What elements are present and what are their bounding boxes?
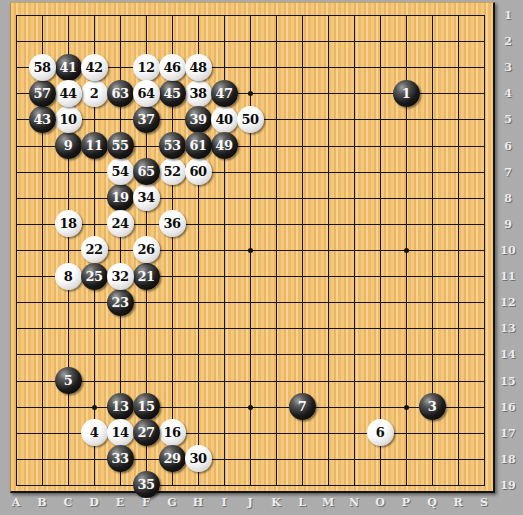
move-number: 36	[163, 217, 180, 230]
stone-black: 15	[133, 393, 160, 420]
stone-black: 9	[55, 132, 82, 159]
row-label: 12	[495, 296, 521, 310]
move-number: 42	[85, 61, 102, 74]
move-number: 23	[111, 296, 128, 309]
move-number: 30	[189, 452, 206, 465]
star-point	[404, 248, 409, 253]
stone-white: 14	[107, 419, 134, 446]
star-point	[248, 91, 253, 96]
move-number: 55	[111, 139, 128, 152]
stone-black: 21	[133, 263, 160, 290]
stone-white: 12	[133, 54, 160, 81]
column-label: K	[267, 496, 285, 510]
stone-white: 64	[133, 80, 160, 107]
stone-white: 24	[107, 210, 134, 237]
stone-white: 48	[185, 54, 212, 81]
move-number: 16	[163, 426, 180, 439]
stone-white: 38	[185, 80, 212, 107]
move-number: 35	[137, 478, 154, 491]
move-number: 25	[85, 270, 102, 283]
move-number: 43	[33, 113, 50, 126]
move-number: 9	[64, 139, 73, 152]
stone-white: 42	[81, 54, 108, 81]
stone-white: 60	[185, 158, 212, 185]
stone-black: 33	[107, 445, 134, 472]
move-number: 60	[189, 165, 206, 178]
move-number: 38	[189, 87, 206, 100]
move-number: 14	[111, 426, 128, 439]
row-label: 19	[495, 479, 521, 493]
column-label: S	[475, 496, 493, 510]
column-label: P	[397, 496, 415, 510]
column-label: M	[319, 496, 337, 510]
row-label: 1	[495, 9, 521, 23]
stone-black: 29	[159, 445, 186, 472]
move-number: 39	[189, 113, 206, 126]
move-number: 52	[163, 165, 180, 178]
stone-black: 61	[185, 132, 212, 159]
stone-white: 44	[55, 80, 82, 107]
move-number: 21	[137, 270, 154, 283]
stone-black: 23	[107, 289, 134, 316]
move-number: 33	[111, 452, 128, 465]
stone-black: 43	[29, 106, 56, 133]
move-number: 8	[64, 270, 73, 283]
move-number: 6	[376, 426, 385, 439]
stone-white: 30	[185, 445, 212, 472]
column-label: C	[59, 496, 77, 510]
move-number: 19	[111, 191, 128, 204]
stone-black: 13	[107, 393, 134, 420]
stone-white: 54	[107, 158, 134, 185]
stone-black: 47	[211, 80, 238, 107]
move-number: 45	[163, 87, 180, 100]
row-label: 15	[495, 375, 521, 389]
stone-black: 55	[107, 132, 134, 159]
stone-black: 65	[133, 158, 160, 185]
stone-white: 6	[367, 419, 394, 446]
star-point	[248, 405, 253, 410]
stone-black: 19	[107, 184, 134, 211]
star-point	[248, 248, 253, 253]
move-number: 65	[137, 165, 154, 178]
stone-white: 2	[81, 80, 108, 107]
grid-hline	[16, 485, 485, 486]
stone-white: 52	[159, 158, 186, 185]
row-label: 3	[495, 61, 521, 75]
stone-white: 4	[81, 419, 108, 446]
move-number: 15	[137, 400, 154, 413]
move-number: 41	[59, 61, 76, 74]
move-number: 29	[163, 452, 180, 465]
stone-black: 49	[211, 132, 238, 159]
column-label: H	[189, 496, 207, 510]
stone-white: 32	[107, 263, 134, 290]
column-label: Q	[423, 496, 441, 510]
move-number: 18	[59, 217, 76, 230]
grid-hline	[16, 198, 485, 199]
grid-hline	[16, 172, 485, 173]
stone-white: 16	[159, 419, 186, 446]
stone-black: 37	[133, 106, 160, 133]
stone-black: 35	[133, 471, 160, 498]
move-number: 34	[137, 191, 154, 204]
move-number: 1	[402, 87, 411, 100]
move-number: 46	[163, 61, 180, 74]
row-label: 14	[495, 348, 521, 362]
stone-black: 39	[185, 106, 212, 133]
stone-black: 7	[289, 393, 316, 420]
move-number: 61	[189, 139, 206, 152]
star-point	[92, 405, 97, 410]
move-number: 4	[90, 426, 99, 439]
stone-black: 41	[55, 54, 82, 81]
move-number: 27	[137, 426, 154, 439]
move-number: 50	[241, 113, 258, 126]
stone-black: 45	[159, 80, 186, 107]
star-point	[404, 405, 409, 410]
stone-white: 8	[55, 263, 82, 290]
move-number: 57	[33, 87, 50, 100]
row-label: 7	[495, 166, 521, 180]
grid-hline	[16, 459, 485, 460]
row-label: 16	[495, 401, 521, 415]
move-number: 13	[111, 400, 128, 413]
grid-hline	[16, 15, 485, 16]
move-number: 7	[298, 400, 307, 413]
move-number: 53	[163, 139, 180, 152]
move-number: 40	[215, 113, 232, 126]
move-number: 32	[111, 270, 128, 283]
row-label: 6	[495, 140, 521, 154]
row-label: 5	[495, 113, 521, 127]
row-label: 11	[495, 270, 521, 284]
stone-black: 1	[393, 80, 420, 107]
move-number: 12	[137, 61, 154, 74]
row-label: 4	[495, 87, 521, 101]
column-label: L	[293, 496, 311, 510]
stone-black: 63	[107, 80, 134, 107]
move-number: 26	[137, 243, 154, 256]
move-number: 5	[64, 374, 73, 387]
stone-white: 18	[55, 210, 82, 237]
stone-white: 10	[55, 106, 82, 133]
stone-white: 26	[133, 236, 160, 263]
stone-white: 40	[211, 106, 238, 133]
column-label: O	[371, 496, 389, 510]
stone-white: 34	[133, 184, 160, 211]
grid-hline	[16, 302, 485, 303]
stone-white: 58	[29, 54, 56, 81]
stone-white: 22	[81, 236, 108, 263]
stone-black: 11	[81, 132, 108, 159]
grid-hline	[16, 354, 485, 355]
row-label: 10	[495, 244, 521, 258]
move-number: 47	[215, 87, 232, 100]
row-label: 17	[495, 427, 521, 441]
row-label: 13	[495, 322, 521, 336]
stone-white: 50	[237, 106, 264, 133]
stone-black: 57	[29, 80, 56, 107]
move-number: 11	[85, 139, 102, 152]
stone-black: 27	[133, 419, 160, 446]
column-label: F	[137, 496, 155, 510]
column-label: B	[33, 496, 51, 510]
stone-black: 25	[81, 263, 108, 290]
stone-black: 3	[419, 393, 446, 420]
move-number: 3	[428, 400, 437, 413]
row-label: 2	[495, 35, 521, 49]
move-number: 24	[111, 217, 128, 230]
row-label: 18	[495, 453, 521, 467]
move-number: 54	[111, 165, 128, 178]
grid-hline	[16, 224, 485, 225]
column-label: I	[215, 496, 233, 510]
column-label: J	[241, 496, 259, 510]
move-number: 58	[33, 61, 50, 74]
stone-white: 36	[159, 210, 186, 237]
grid-hline	[16, 41, 485, 42]
move-number: 44	[59, 87, 76, 100]
row-label: 9	[495, 218, 521, 232]
column-label: R	[449, 496, 467, 510]
move-number: 2	[90, 87, 99, 100]
move-number: 10	[59, 113, 76, 126]
move-number: 63	[111, 87, 128, 100]
grid-hline	[16, 328, 485, 329]
move-number: 37	[137, 113, 154, 126]
move-number: 22	[85, 243, 102, 256]
stone-black: 53	[159, 132, 186, 159]
row-label: 8	[495, 192, 521, 206]
column-label: E	[111, 496, 129, 510]
move-number: 48	[189, 61, 206, 74]
column-label: D	[85, 496, 103, 510]
go-game-diagram: 1234567891011121314151618192122232425262…	[0, 0, 523, 515]
column-label: N	[345, 496, 363, 510]
grid-hline	[16, 381, 485, 382]
stone-black: 5	[55, 367, 82, 394]
stone-white: 46	[159, 54, 186, 81]
column-label: A	[7, 496, 25, 510]
move-number: 64	[137, 87, 154, 100]
column-label: G	[163, 496, 181, 510]
move-number: 49	[215, 139, 232, 152]
